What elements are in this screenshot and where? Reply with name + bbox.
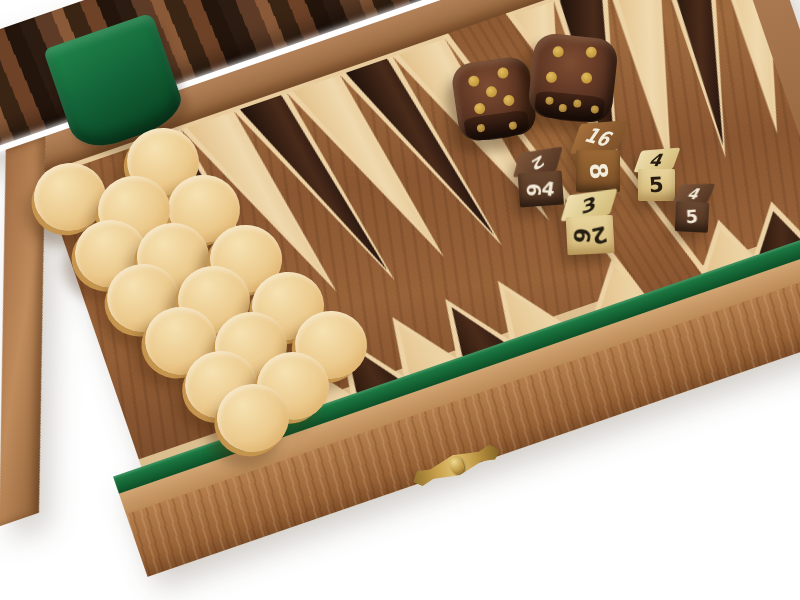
die-four bbox=[527, 32, 619, 124]
cube-face-right: 4 bbox=[540, 178, 556, 199]
number-die-dark-small: 4 5 bbox=[675, 183, 711, 233]
cube-face-front: 5 bbox=[685, 208, 698, 227]
latch-pin bbox=[447, 454, 465, 475]
cube-face-top: 16 bbox=[581, 125, 617, 149]
number-die-light-front: 3 6 2 bbox=[564, 191, 615, 255]
photo-stage: 16 8 2 6 4 4 5 4 5 3 bbox=[0, 0, 800, 600]
number-die-dark: 2 6 4 bbox=[516, 149, 564, 208]
cube-face-top: 4 bbox=[647, 151, 667, 168]
number-die-light: 4 5 bbox=[638, 149, 676, 201]
cube-face-top: 2 bbox=[530, 151, 547, 172]
cube-face-front: 8 bbox=[585, 161, 611, 180]
cube-face-front: 5 bbox=[648, 174, 664, 196]
cube-face-top: 3 bbox=[581, 193, 597, 217]
die-five bbox=[450, 55, 538, 143]
cube-face-top: 4 bbox=[685, 186, 703, 202]
doubling-cube: 16 8 bbox=[576, 122, 622, 192]
